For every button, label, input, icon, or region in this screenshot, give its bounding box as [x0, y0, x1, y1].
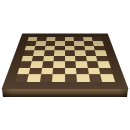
board-square-e1	[65, 75, 77, 82]
board-square-d1	[53, 75, 66, 82]
board-front-edge	[2, 89, 128, 98]
board-grid	[15, 37, 115, 82]
board-square-h1	[101, 75, 115, 82]
board-frame	[2, 34, 128, 89]
chess-board	[2, 34, 128, 89]
product-photo-background	[0, 0, 130, 130]
